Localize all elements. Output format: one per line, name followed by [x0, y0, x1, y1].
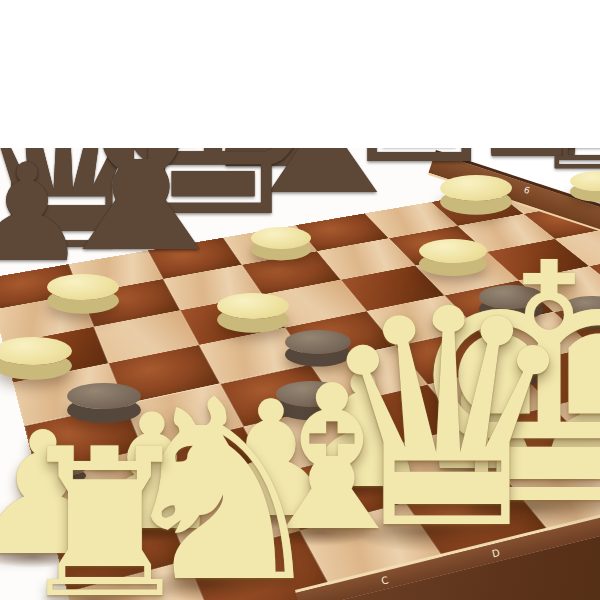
dark-pawn[interactable]: ♟ — [200, 148, 352, 192]
dark-pawn[interactable]: ♟ — [0, 148, 88, 281]
board-photo-area: 6 C D ♟♛♝♚♟♝♚♟♜♟♜♟♞♟♝♟♛♟♚♟ — [0, 148, 600, 600]
file-label-c: C — [380, 574, 389, 586]
product-photo: 6 C D ♟♛♝♚♟♝♚♟♜♟♜♟♞♟♝♟♛♟♚♟ — [0, 0, 600, 600]
rank-label-6: 6 — [523, 185, 532, 196]
file-label-d: D — [491, 547, 501, 560]
